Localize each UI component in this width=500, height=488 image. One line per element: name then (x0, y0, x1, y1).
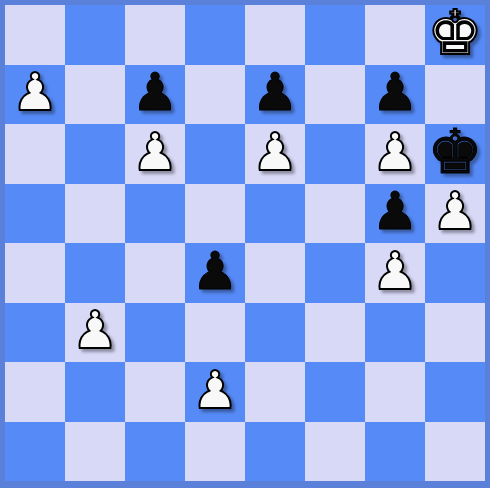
square-a5[interactable] (5, 184, 65, 244)
square-e4[interactable] (245, 243, 305, 303)
square-c2[interactable] (125, 362, 185, 422)
square-f8[interactable] (305, 5, 365, 65)
chess-board: ♚♟♟♟♟♟♟♟♚♟♟♟♟♟♟ (0, 0, 490, 488)
square-f5[interactable] (305, 184, 365, 244)
square-f4[interactable] (305, 243, 365, 303)
square-g7[interactable]: ♟ (365, 65, 425, 125)
square-c6[interactable]: ♟ (125, 124, 185, 184)
square-a3[interactable] (5, 303, 65, 363)
square-d7[interactable] (185, 65, 245, 125)
piece-white-pawn[interactable]: ♟ (432, 185, 479, 237)
square-b8[interactable] (65, 5, 125, 65)
square-b5[interactable] (65, 184, 125, 244)
square-d6[interactable] (185, 124, 245, 184)
square-a7[interactable]: ♟ (5, 65, 65, 125)
square-e3[interactable] (245, 303, 305, 363)
square-a4[interactable] (5, 243, 65, 303)
square-b2[interactable] (65, 362, 125, 422)
square-b3[interactable]: ♟ (65, 303, 125, 363)
piece-black-pawn[interactable]: ♟ (372, 185, 419, 237)
piece-black-king[interactable]: ♚ (427, 121, 483, 183)
square-h2[interactable] (425, 362, 485, 422)
square-h4[interactable] (425, 243, 485, 303)
square-e6[interactable]: ♟ (245, 124, 305, 184)
square-f3[interactable] (305, 303, 365, 363)
square-b6[interactable] (65, 124, 125, 184)
square-h5[interactable]: ♟ (425, 184, 485, 244)
piece-white-pawn[interactable]: ♟ (372, 126, 419, 178)
square-h1[interactable] (425, 422, 485, 482)
square-d4[interactable]: ♟ (185, 243, 245, 303)
square-g8[interactable] (365, 5, 425, 65)
piece-black-pawn[interactable]: ♟ (192, 245, 239, 297)
square-d3[interactable] (185, 303, 245, 363)
square-e7[interactable]: ♟ (245, 65, 305, 125)
square-f7[interactable] (305, 65, 365, 125)
square-c3[interactable] (125, 303, 185, 363)
square-d5[interactable] (185, 184, 245, 244)
square-c1[interactable] (125, 422, 185, 482)
piece-white-pawn[interactable]: ♟ (72, 304, 119, 356)
square-h3[interactable] (425, 303, 485, 363)
square-g4[interactable]: ♟ (365, 243, 425, 303)
piece-white-pawn[interactable]: ♟ (132, 126, 179, 178)
square-h6[interactable]: ♚ (425, 124, 485, 184)
square-f6[interactable] (305, 124, 365, 184)
square-a2[interactable] (5, 362, 65, 422)
piece-white-pawn[interactable]: ♟ (12, 66, 59, 118)
piece-white-pawn[interactable]: ♟ (252, 126, 299, 178)
square-d8[interactable] (185, 5, 245, 65)
square-e2[interactable] (245, 362, 305, 422)
square-d2[interactable]: ♟ (185, 362, 245, 422)
square-a8[interactable] (5, 5, 65, 65)
square-e1[interactable] (245, 422, 305, 482)
piece-black-pawn[interactable]: ♟ (252, 66, 299, 118)
square-h8[interactable]: ♚ (425, 5, 485, 65)
square-e5[interactable] (245, 184, 305, 244)
piece-white-pawn[interactable]: ♟ (372, 245, 419, 297)
square-g2[interactable] (365, 362, 425, 422)
square-g6[interactable]: ♟ (365, 124, 425, 184)
square-b4[interactable] (65, 243, 125, 303)
square-c7[interactable]: ♟ (125, 65, 185, 125)
square-d1[interactable] (185, 422, 245, 482)
square-e8[interactable] (245, 5, 305, 65)
square-c8[interactable] (125, 5, 185, 65)
square-b1[interactable] (65, 422, 125, 482)
square-g1[interactable] (365, 422, 425, 482)
square-f1[interactable] (305, 422, 365, 482)
piece-white-pawn[interactable]: ♟ (192, 364, 239, 416)
square-f2[interactable] (305, 362, 365, 422)
chess-app-window: ♚♟♟♟♟♟♟♟♚♟♟♟♟♟♟ (0, 0, 500, 488)
square-g3[interactable] (365, 303, 425, 363)
square-a6[interactable] (5, 124, 65, 184)
piece-black-pawn[interactable]: ♟ (372, 66, 419, 118)
square-g5[interactable]: ♟ (365, 184, 425, 244)
piece-black-pawn[interactable]: ♟ (132, 66, 179, 118)
piece-white-king[interactable]: ♚ (427, 2, 483, 64)
square-c4[interactable] (125, 243, 185, 303)
square-c5[interactable] (125, 184, 185, 244)
square-a1[interactable] (5, 422, 65, 482)
square-b7[interactable] (65, 65, 125, 125)
